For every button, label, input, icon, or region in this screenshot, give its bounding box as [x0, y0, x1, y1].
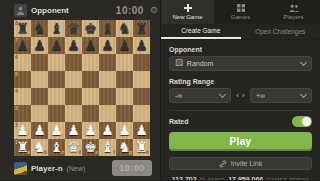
square-a3[interactable]: 3 [14, 105, 31, 122]
square-f8[interactable]: ♝ [99, 20, 116, 37]
opponent-clock: 10:00 [116, 5, 144, 16]
user-avatar [14, 162, 27, 175]
invite-link-button[interactable]: Invite Link [169, 157, 312, 170]
square-b5[interactable] [31, 71, 48, 88]
piece-white-pawn[interactable]: ♟ [14, 122, 31, 139]
square-g6[interactable] [116, 54, 133, 71]
square-f1[interactable]: f♝ [99, 139, 116, 156]
piece-black-pawn[interactable]: ♟ [99, 37, 116, 54]
square-h4[interactable] [133, 88, 150, 105]
subtab-create-game[interactable]: Create Game [161, 24, 241, 39]
piece-black-pawn[interactable]: ♟ [48, 37, 65, 54]
opponent-player-bar: Opponent 10:00 ⚙ [14, 0, 158, 20]
opponent-name: Opponent [31, 6, 69, 15]
invite-link-label: Invite Link [231, 160, 263, 167]
people-icon [289, 4, 299, 12]
settings-gear-icon[interactable]: ⚙ [150, 6, 158, 15]
square-e5[interactable] [82, 71, 99, 88]
square-h6[interactable] [133, 54, 150, 71]
chevron-down-icon [300, 59, 307, 66]
panel-tabs: New Game Games Players [161, 0, 320, 24]
less-than-icon: ‹ [236, 91, 239, 100]
tab-games[interactable]: Games [214, 0, 267, 24]
square-e6[interactable] [82, 54, 99, 71]
user-name[interactable]: Player-n [31, 164, 63, 173]
piece-black-bishop[interactable]: ♝ [48, 20, 65, 37]
opponent-select[interactable]: ⚄ Random [169, 56, 312, 71]
square-d3[interactable] [65, 105, 82, 122]
piece-black-pawn[interactable]: ♟ [14, 37, 31, 54]
square-g1[interactable]: g♞ [116, 139, 133, 156]
square-g8[interactable]: ♞ [116, 20, 133, 37]
square-g3[interactable] [116, 105, 133, 122]
square-e1[interactable]: e♚ [82, 139, 99, 156]
play-button[interactable]: Play [169, 132, 312, 151]
square-d2[interactable]: ♟ [65, 122, 82, 139]
square-c7[interactable]: ♟ [48, 37, 65, 54]
square-c5[interactable] [48, 71, 65, 88]
create-game-form: Opponent ⚄ Random Rating Range -∞ ‹ › +∞ [161, 40, 320, 180]
section-divider [169, 110, 312, 111]
rating-range-separator: ‹ › [231, 91, 250, 100]
square-b6[interactable] [31, 54, 48, 71]
piece-white-rook[interactable]: ♜ [133, 139, 150, 156]
greater-than-icon: › [242, 91, 245, 100]
dice-icon: ⚄ [175, 59, 183, 68]
piece-white-pawn[interactable]: ♟ [65, 122, 82, 139]
square-h8[interactable]: ♜ [133, 20, 150, 37]
play-panel: New Game Games Players Create Game Open … [160, 0, 320, 180]
rating-max-select[interactable]: +∞ [250, 88, 312, 103]
rated-row: Rated [169, 115, 312, 128]
square-c4[interactable] [48, 88, 65, 105]
piece-black-knight[interactable]: ♞ [31, 20, 48, 37]
square-d7[interactable]: ♟ [65, 37, 82, 54]
tab-label: Players [283, 14, 303, 20]
square-e8[interactable]: ♚ [82, 20, 99, 37]
square-f7[interactable]: ♟ [99, 37, 116, 54]
opponent-avatar [14, 4, 27, 17]
piece-white-pawn[interactable]: ♟ [99, 122, 116, 139]
square-d1[interactable]: d♛ [65, 139, 82, 156]
piece-white-knight[interactable]: ♞ [116, 139, 133, 156]
square-b7[interactable]: ♟ [31, 37, 48, 54]
panel-subtabs: Create Game Open Challenges [161, 24, 320, 40]
square-f2[interactable]: ♟ [99, 122, 116, 139]
square-e2[interactable]: ♟ [82, 122, 99, 139]
piece-white-pawn[interactable]: ♟ [116, 122, 133, 139]
piece-black-rook[interactable]: ♜ [14, 20, 31, 37]
chevron-down-icon [219, 91, 226, 98]
user-rating-tag: (New) [67, 165, 86, 172]
piece-white-king[interactable]: ♚ [82, 139, 99, 156]
piece-black-king[interactable]: ♚ [82, 20, 99, 37]
square-d4[interactable] [65, 88, 82, 105]
rating-range-label: Rating Range [169, 78, 312, 85]
board-pane: Opponent 10:00 ⚙ 8♜♞♝♛♚♝♞♜7♟♟♟♟♟♟♟♟65432… [0, 0, 160, 180]
square-b3[interactable] [31, 105, 48, 122]
piece-black-bishop[interactable]: ♝ [99, 20, 116, 37]
games-count: 17,959,066 [228, 176, 263, 180]
square-a2[interactable]: 2♟ [14, 122, 31, 139]
piece-white-pawn[interactable]: ♟ [48, 122, 65, 139]
square-a1[interactable]: 1a♜ [14, 139, 31, 156]
rated-toggle[interactable] [292, 116, 312, 127]
square-c8[interactable]: ♝ [48, 20, 65, 37]
chess-app-window: Opponent 10:00 ⚙ 8♜♞♝♛♚♝♞♜7♟♟♟♟♟♟♟♟65432… [0, 0, 320, 180]
rank-coordinate: 5 [15, 72, 18, 77]
piece-white-pawn[interactable]: ♟ [133, 122, 150, 139]
toggle-knob [302, 117, 311, 126]
square-g7[interactable]: ♟ [116, 37, 133, 54]
rating-max-value: +∞ [256, 92, 265, 99]
piece-black-queen[interactable]: ♛ [65, 20, 82, 37]
piece-black-knight[interactable]: ♞ [116, 20, 133, 37]
piece-black-rook[interactable]: ♜ [133, 20, 150, 37]
square-d8[interactable]: ♛ [65, 20, 82, 37]
square-h2[interactable]: ♟ [133, 122, 150, 139]
square-d6[interactable] [65, 54, 82, 71]
playing-label: PLAYING [200, 177, 226, 181]
piece-white-pawn[interactable]: ♟ [31, 122, 48, 139]
piece-black-pawn[interactable]: ♟ [116, 37, 133, 54]
user-clock: 10:00 [112, 160, 152, 176]
square-b1[interactable]: b♞ [31, 139, 48, 156]
piece-white-queen[interactable]: ♛ [65, 139, 82, 156]
square-d5[interactable] [65, 71, 82, 88]
square-h1[interactable]: h♜ [133, 139, 150, 156]
piece-white-bishop[interactable]: ♝ [99, 139, 116, 156]
chess-board: 8♜♞♝♛♚♝♞♜7♟♟♟♟♟♟♟♟65432♟♟♟♟♟♟♟♟1a♜b♞c♝d♛… [14, 20, 150, 156]
link-icon [219, 160, 227, 168]
square-f5[interactable] [99, 71, 116, 88]
square-a8[interactable]: 8♜ [14, 20, 31, 37]
square-g4[interactable] [116, 88, 133, 105]
grid-icon [237, 4, 245, 12]
square-a7[interactable]: 7♟ [14, 37, 31, 54]
piece-black-pawn[interactable]: ♟ [133, 37, 150, 54]
tab-label: New Game [172, 14, 202, 20]
piece-white-rook[interactable]: ♜ [14, 139, 31, 156]
square-g5[interactable] [116, 71, 133, 88]
opponent-section-label: Opponent [169, 46, 312, 53]
rank-coordinate: 6 [15, 55, 18, 60]
rank-coordinate: 4 [15, 89, 18, 94]
stats-bar: 112,702 PLAYING 17,959,066 GAMES TODAY [169, 176, 312, 180]
square-g2[interactable]: ♟ [116, 122, 133, 139]
square-h3[interactable] [133, 105, 150, 122]
square-a4[interactable]: 4 [14, 88, 31, 105]
piece-black-pawn[interactable]: ♟ [65, 37, 82, 54]
chevron-down-icon [300, 91, 307, 98]
piece-black-pawn[interactable]: ♟ [31, 37, 48, 54]
subtab-open-challenges[interactable]: Open Challenges [241, 24, 320, 39]
square-b2[interactable]: ♟ [31, 122, 48, 139]
user-player-bar: Player-n (New) 10:00 [14, 156, 152, 180]
square-c6[interactable] [48, 54, 65, 71]
opponent-select-value: Random [187, 60, 213, 67]
square-c1[interactable]: c♝ [48, 139, 65, 156]
rank-coordinate: 3 [15, 106, 18, 111]
square-f3[interactable] [99, 105, 116, 122]
square-c3[interactable] [48, 105, 65, 122]
rating-range-row: -∞ ‹ › +∞ [169, 88, 312, 103]
square-e4[interactable] [82, 88, 99, 105]
piece-white-pawn[interactable]: ♟ [82, 122, 99, 139]
square-h5[interactable] [133, 71, 150, 88]
playing-count: 112,702 [172, 176, 197, 180]
square-h7[interactable]: ♟ [133, 37, 150, 54]
rated-label: Rated [169, 118, 188, 125]
piece-black-pawn[interactable]: ♟ [82, 37, 99, 54]
games-label: GAMES TODAY [266, 177, 309, 181]
square-f4[interactable] [99, 88, 116, 105]
square-b4[interactable] [31, 88, 48, 105]
person-icon [16, 6, 25, 15]
square-e3[interactable] [82, 105, 99, 122]
tab-players[interactable]: Players [267, 0, 320, 24]
piece-white-bishop[interactable]: ♝ [48, 139, 65, 156]
square-a6[interactable]: 6 [14, 54, 31, 71]
square-b8[interactable]: ♞ [31, 20, 48, 37]
square-f6[interactable] [99, 54, 116, 71]
tab-new-game[interactable]: New Game [161, 0, 214, 24]
square-c2[interactable]: ♟ [48, 122, 65, 139]
rating-min-value: -∞ [175, 92, 182, 99]
plus-square-icon [184, 4, 192, 12]
rating-min-select[interactable]: -∞ [169, 88, 231, 103]
square-e7[interactable]: ♟ [82, 37, 99, 54]
piece-white-knight[interactable]: ♞ [31, 139, 48, 156]
square-a5[interactable]: 5 [14, 71, 31, 88]
tab-label: Games [231, 14, 250, 20]
